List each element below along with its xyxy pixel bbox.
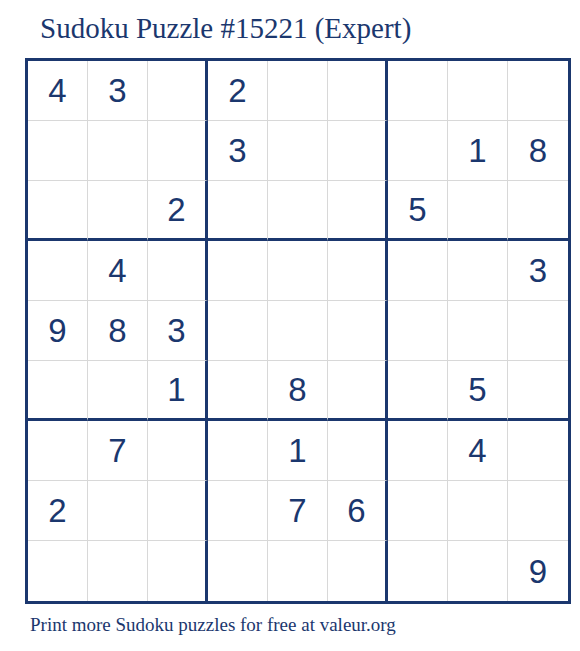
sudoku-cell[interactable] — [508, 361, 568, 421]
sudoku-cell[interactable] — [388, 61, 448, 121]
sudoku-cell[interactable]: 9 — [508, 541, 568, 601]
sudoku-cell[interactable] — [208, 361, 268, 421]
sudoku-cell[interactable]: 1 — [268, 421, 328, 481]
sudoku-cell[interactable]: 7 — [268, 481, 328, 541]
sudoku-cell[interactable] — [448, 181, 508, 241]
sudoku-cell[interactable] — [268, 181, 328, 241]
sudoku-cell[interactable] — [328, 121, 388, 181]
sudoku-cell[interactable] — [388, 361, 448, 421]
sudoku-cell[interactable]: 9 — [28, 301, 88, 361]
sudoku-cell[interactable] — [448, 481, 508, 541]
sudoku-cell[interactable]: 4 — [28, 61, 88, 121]
sudoku-cell[interactable] — [388, 121, 448, 181]
sudoku-cell[interactable] — [388, 301, 448, 361]
sudoku-cell[interactable] — [328, 421, 388, 481]
sudoku-cell[interactable] — [328, 181, 388, 241]
sudoku-cell[interactable] — [148, 121, 208, 181]
sudoku-cell[interactable] — [88, 181, 148, 241]
sudoku-cell[interactable] — [208, 301, 268, 361]
sudoku-cell[interactable] — [88, 481, 148, 541]
sudoku-cell[interactable]: 5 — [388, 181, 448, 241]
sudoku-cell[interactable] — [448, 541, 508, 601]
sudoku-cell[interactable] — [388, 241, 448, 301]
sudoku-cell[interactable] — [88, 361, 148, 421]
sudoku-cell[interactable] — [448, 241, 508, 301]
sudoku-cell[interactable] — [328, 241, 388, 301]
sudoku-cell[interactable] — [208, 241, 268, 301]
sudoku-cell[interactable]: 1 — [148, 361, 208, 421]
sudoku-cell[interactable] — [388, 421, 448, 481]
sudoku-cell[interactable]: 1 — [448, 121, 508, 181]
sudoku-cell[interactable] — [28, 121, 88, 181]
sudoku-cell[interactable] — [388, 481, 448, 541]
sudoku-cell[interactable]: 6 — [328, 481, 388, 541]
sudoku-cell[interactable] — [328, 361, 388, 421]
sudoku-cell[interactable] — [328, 61, 388, 121]
sudoku-cell[interactable] — [208, 481, 268, 541]
sudoku-cell[interactable]: 5 — [448, 361, 508, 421]
sudoku-cell[interactable]: 4 — [448, 421, 508, 481]
sudoku-cell[interactable] — [508, 181, 568, 241]
sudoku-cell[interactable] — [208, 181, 268, 241]
sudoku-cell[interactable] — [508, 481, 568, 541]
sudoku-cell[interactable]: 2 — [28, 481, 88, 541]
page-title: Sudoku Puzzle #15221 (Expert) — [40, 12, 411, 45]
sudoku-cell[interactable] — [148, 61, 208, 121]
sudoku-cell[interactable] — [148, 421, 208, 481]
sudoku-cell[interactable] — [448, 301, 508, 361]
sudoku-cell[interactable] — [448, 61, 508, 121]
sudoku-cell[interactable] — [208, 541, 268, 601]
sudoku-cell[interactable] — [508, 61, 568, 121]
sudoku-cell[interactable] — [328, 301, 388, 361]
sudoku-cell[interactable] — [148, 541, 208, 601]
sudoku-cell[interactable] — [508, 421, 568, 481]
sudoku-cell[interactable]: 3 — [208, 121, 268, 181]
sudoku-cell[interactable] — [508, 301, 568, 361]
sudoku-cell[interactable] — [28, 541, 88, 601]
sudoku-cell[interactable] — [28, 181, 88, 241]
sudoku-cell[interactable] — [28, 361, 88, 421]
sudoku-cell[interactable] — [88, 121, 148, 181]
sudoku-cell[interactable] — [148, 241, 208, 301]
sudoku-cell[interactable]: 3 — [88, 61, 148, 121]
sudoku-cell[interactable] — [328, 541, 388, 601]
sudoku-cell[interactable] — [268, 241, 328, 301]
sudoku-cell[interactable] — [28, 421, 88, 481]
sudoku-cell[interactable] — [268, 541, 328, 601]
sudoku-cell[interactable] — [268, 61, 328, 121]
sudoku-cell[interactable]: 8 — [88, 301, 148, 361]
sudoku-cell[interactable]: 4 — [88, 241, 148, 301]
sudoku-cell[interactable] — [208, 421, 268, 481]
footer-text: Print more Sudoku puzzles for free at va… — [30, 614, 396, 636]
sudoku-cell[interactable] — [148, 481, 208, 541]
sudoku-cell[interactable]: 8 — [508, 121, 568, 181]
sudoku-cell[interactable] — [268, 301, 328, 361]
sudoku-cell[interactable]: 3 — [508, 241, 568, 301]
sudoku-cell[interactable]: 2 — [208, 61, 268, 121]
sudoku-cell[interactable]: 7 — [88, 421, 148, 481]
sudoku-cell[interactable] — [388, 541, 448, 601]
sudoku-cell[interactable] — [268, 121, 328, 181]
sudoku-cell[interactable]: 8 — [268, 361, 328, 421]
sudoku-cell[interactable] — [28, 241, 88, 301]
sudoku-cell[interactable] — [88, 541, 148, 601]
sudoku-cell[interactable]: 3 — [148, 301, 208, 361]
sudoku-grid: 43231825439831857142769 — [25, 58, 571, 604]
sudoku-cell[interactable]: 2 — [148, 181, 208, 241]
